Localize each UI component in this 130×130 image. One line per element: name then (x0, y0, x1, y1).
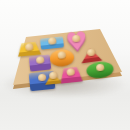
piece-skyblue-rectangle[interactable] (40, 36, 64, 49)
pieces-layer: ♥ (0, 0, 130, 130)
piece-yellow-trapezoid[interactable] (17, 41, 41, 56)
piece-green-oval[interactable] (86, 60, 115, 79)
piece-pink-heart[interactable]: ♥ (65, 32, 87, 50)
piece-magenta-trapezoid[interactable] (59, 66, 82, 83)
piece-red-triangle[interactable] (80, 47, 103, 64)
piece-orange-circle[interactable] (49, 48, 74, 67)
product-photo-scene: ♥ (0, 0, 130, 130)
piece-purple-square[interactable] (29, 54, 51, 71)
